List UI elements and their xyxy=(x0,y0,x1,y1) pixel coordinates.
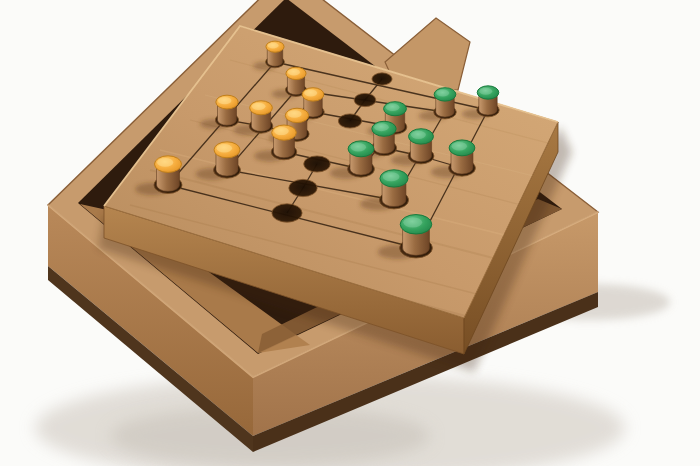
peg-cap-highlight xyxy=(479,88,492,95)
peg-green-e3[interactable] xyxy=(348,141,374,175)
product-photo-scene xyxy=(0,0,700,466)
peg-yellow-a7[interactable] xyxy=(266,41,284,66)
peg-cap-highlight xyxy=(351,143,367,151)
peg-green-e4[interactable] xyxy=(372,121,396,153)
peg-cap-highlight xyxy=(386,104,400,111)
peg-cap-highlight xyxy=(252,103,266,110)
peg-green-g4[interactable] xyxy=(449,140,475,174)
peg-cap-highlight xyxy=(374,123,389,131)
peg-yellow-a4[interactable] xyxy=(216,95,238,125)
peg-green-g7[interactable] xyxy=(477,86,499,115)
morris-box-illustration xyxy=(0,0,700,466)
peg-cap-highlight xyxy=(403,217,422,227)
peg-cap-highlight xyxy=(288,69,300,76)
peg-green-f4[interactable] xyxy=(409,129,434,162)
peg-cap-highlight xyxy=(217,144,233,152)
peg-yellow-c3[interactable] xyxy=(272,125,297,158)
hole-d5[interactable] xyxy=(338,114,361,128)
hole-d2[interactable] xyxy=(289,179,317,196)
peg-cap-highlight xyxy=(383,172,400,181)
peg-cap-highlight xyxy=(304,90,317,97)
peg-yellow-a1[interactable] xyxy=(155,156,182,192)
peg-cap-highlight xyxy=(268,43,279,49)
peg-yellow-b6[interactable] xyxy=(286,67,306,95)
peg-cap-highlight xyxy=(452,142,467,150)
peg-cap-highlight xyxy=(411,131,426,139)
hole-d7[interactable] xyxy=(372,73,392,85)
peg-cap-highlight xyxy=(436,90,449,97)
peg-yellow-b2[interactable] xyxy=(214,142,240,176)
peg-cap-highlight xyxy=(274,127,289,135)
peg-green-f2[interactable] xyxy=(380,170,408,207)
hole-d1[interactable] xyxy=(272,204,302,222)
peg-green-f6[interactable] xyxy=(434,88,456,117)
hole-d6[interactable] xyxy=(354,93,376,106)
peg-cap-highlight xyxy=(218,97,231,104)
peg-green-g1[interactable] xyxy=(400,215,432,256)
peg-yellow-b4[interactable] xyxy=(250,101,273,132)
hole-d3[interactable] xyxy=(304,156,331,172)
peg-cap-highlight xyxy=(288,110,302,118)
peg-cap-highlight xyxy=(157,158,173,167)
